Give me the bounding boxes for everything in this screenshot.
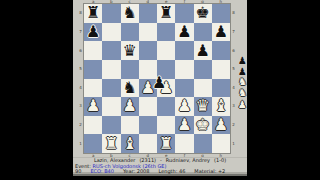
game-stats-line: 90ECO: B40Year: 2008Length: 46Material: … <box>75 169 234 174</box>
rank-label-6: 6 <box>78 41 83 60</box>
rank-label-7: 7 <box>78 23 83 42</box>
panel-shadow-dark <box>73 174 247 176</box>
rank-label-1: 1 <box>78 134 83 153</box>
square-b3[interactable] <box>102 97 120 116</box>
piece-black-pawn-moving[interactable]: ♟ <box>152 75 166 91</box>
square-d2[interactable] <box>139 116 157 135</box>
square-c8[interactable]: ♞ <box>121 4 139 23</box>
rank-label-2: 2 <box>231 116 236 135</box>
stat-field-2: Year: 2008 <box>123 168 150 174</box>
captured-black-pawn: ♟ <box>238 56 247 67</box>
square-c3[interactable]: ♟ <box>121 97 139 116</box>
rank-labels-right: 87654321 <box>231 4 236 153</box>
rank-label-6: 6 <box>231 41 236 60</box>
square-a2[interactable] <box>84 116 102 135</box>
rank-label-8: 8 <box>231 4 236 23</box>
rank-label-3: 3 <box>78 97 83 116</box>
piece-black-knight-c4[interactable]: ♞ <box>121 79 139 98</box>
square-h1[interactable] <box>212 134 230 153</box>
game-result: (1-0) <box>214 157 226 163</box>
rank-label-8: 8 <box>78 4 83 23</box>
square-f5[interactable] <box>175 60 193 79</box>
rank-labels-left: 87654321 <box>78 4 83 153</box>
piece-white-king-g2[interactable]: ♚ <box>194 116 212 135</box>
square-g4[interactable] <box>194 79 212 98</box>
square-e1[interactable]: ♜ <box>157 134 175 153</box>
rank-label-2: 2 <box>78 116 83 135</box>
piece-white-pawn-c3[interactable]: ♟ <box>121 97 139 116</box>
piece-white-pawn-f3[interactable]: ♟ <box>175 97 193 116</box>
piece-white-rook-b1[interactable]: ♜ <box>102 134 120 153</box>
piece-white-bishop-h3[interactable]: ♝ <box>212 97 230 116</box>
square-e8[interactable]: ♜ <box>157 4 175 23</box>
piece-white-bishop-c1[interactable]: ♝ <box>121 134 139 153</box>
right-letterbox-bar <box>247 0 320 180</box>
square-d8[interactable] <box>139 4 157 23</box>
rank-label-4: 4 <box>78 79 83 98</box>
square-b5[interactable] <box>102 60 120 79</box>
square-h6[interactable] <box>212 41 230 60</box>
rank-label-5: 5 <box>231 60 236 79</box>
stat-field-1: ECO: B40 <box>90 168 114 174</box>
square-d3[interactable] <box>139 97 157 116</box>
captured-white-knight: ♞ <box>238 77 247 88</box>
stat-field-3: Length: 46 <box>158 168 185 174</box>
square-f6[interactable] <box>175 41 193 60</box>
rank-label-5: 5 <box>78 60 83 79</box>
square-f7[interactable]: ♟ <box>175 23 193 42</box>
square-h2[interactable]: ♟ <box>212 116 230 135</box>
square-c5[interactable] <box>121 60 139 79</box>
square-a1[interactable] <box>84 134 102 153</box>
stat-field-4: Material: +2 <box>194 168 225 174</box>
piece-black-pawn-g6[interactable]: ♟ <box>194 41 212 60</box>
square-f1[interactable] <box>175 134 193 153</box>
square-f2[interactable]: ♟ <box>175 116 193 135</box>
square-a5[interactable] <box>84 60 102 79</box>
square-a7[interactable]: ♟ <box>84 23 102 42</box>
square-g8[interactable]: ♚ <box>194 4 212 23</box>
square-g6[interactable]: ♟ <box>194 41 212 60</box>
piece-black-pawn-f7[interactable]: ♟ <box>175 23 193 42</box>
square-h7[interactable]: ♟ <box>212 23 230 42</box>
square-c6[interactable]: ♛ <box>121 41 139 60</box>
square-h8[interactable] <box>212 4 230 23</box>
piece-black-queen-c6[interactable]: ♛ <box>121 41 139 60</box>
square-b8[interactable] <box>102 4 120 23</box>
square-g5[interactable] <box>194 60 212 79</box>
square-c1[interactable]: ♝ <box>121 134 139 153</box>
square-h5[interactable] <box>212 60 230 79</box>
video-frame: abcdefgh abcdefgh 87654321 87654321 ♜♞♜♚… <box>0 0 320 180</box>
square-b6[interactable] <box>102 41 120 60</box>
black-player-name: Rudniaev, Andrey <box>166 157 210 163</box>
square-b7[interactable] <box>102 23 120 42</box>
square-g3[interactable]: ♛ <box>194 97 212 116</box>
stat-field-0: 90 <box>75 168 81 174</box>
piece-black-knight-c8[interactable]: ♞ <box>121 4 139 23</box>
piece-white-rook-e1[interactable]: ♜ <box>157 134 175 153</box>
square-c2[interactable] <box>121 116 139 135</box>
square-e3[interactable] <box>157 97 175 116</box>
square-f8[interactable] <box>175 4 193 23</box>
square-e7[interactable] <box>157 23 175 42</box>
square-c7[interactable] <box>121 23 139 42</box>
rank-label-7: 7 <box>231 23 236 42</box>
square-b2[interactable] <box>102 116 120 135</box>
square-f4[interactable] <box>175 79 193 98</box>
piece-black-pawn-h7[interactable]: ♟ <box>212 23 230 42</box>
square-g7[interactable] <box>194 23 212 42</box>
square-h3[interactable]: ♝ <box>212 97 230 116</box>
square-a4[interactable] <box>84 79 102 98</box>
rank-label-1: 1 <box>231 134 236 153</box>
square-e2[interactable] <box>157 116 175 135</box>
captured-white-pawn: ♟ <box>238 100 247 111</box>
square-b4[interactable] <box>102 79 120 98</box>
piece-white-queen-g3[interactable]: ♛ <box>194 97 212 116</box>
square-b1[interactable]: ♜ <box>102 134 120 153</box>
square-f3[interactable]: ♟ <box>175 97 193 116</box>
square-a3[interactable]: ♟ <box>84 97 102 116</box>
square-d1[interactable] <box>139 134 157 153</box>
square-e6[interactable] <box>157 41 175 60</box>
piece-black-rook-e8[interactable]: ♜ <box>157 4 175 23</box>
rank-label-3: 3 <box>231 97 236 116</box>
piece-black-pawn-a7[interactable]: ♟ <box>84 23 102 42</box>
piece-white-pawn-a3[interactable]: ♟ <box>84 97 102 116</box>
square-g1[interactable] <box>194 134 212 153</box>
chess-board[interactable]: ♜♞♜♚♟♟♟♛♟♞♟♟♟♟♟♛♝♟♚♟♜♝♜♟ <box>84 4 230 153</box>
left-letterbox-bar <box>0 0 73 180</box>
square-a6[interactable] <box>84 41 102 60</box>
piece-white-pawn-f2[interactable]: ♟ <box>175 116 193 135</box>
rank-label-4: 4 <box>231 79 236 98</box>
square-h4[interactable] <box>212 79 230 98</box>
square-c4[interactable]: ♞ <box>121 79 139 98</box>
piece-black-rook-a8[interactable]: ♜ <box>84 4 102 23</box>
square-a8[interactable]: ♜ <box>84 4 102 23</box>
piece-white-pawn-h2[interactable]: ♟ <box>212 116 230 135</box>
square-d7[interactable] <box>139 23 157 42</box>
captured-pieces-tray: ♟♟♞♞♟ <box>237 56 248 111</box>
piece-black-king-g8[interactable]: ♚ <box>194 4 212 23</box>
square-g2[interactable]: ♚ <box>194 116 212 135</box>
square-d6[interactable] <box>139 41 157 60</box>
captured-white-knight: ♞ <box>238 88 247 99</box>
